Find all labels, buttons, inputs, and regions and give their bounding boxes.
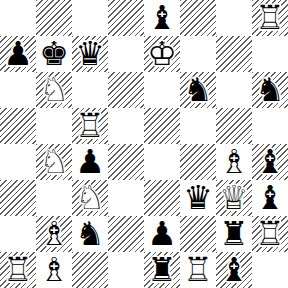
square-a8[interactable] — [0, 0, 36, 36]
white-knight: ♞♘ — [72, 180, 108, 216]
square-c8[interactable] — [72, 0, 108, 36]
square-c4[interactable]: ♟♟ — [72, 144, 108, 180]
square-e8[interactable]: ♝♝ — [144, 0, 180, 36]
square-f6[interactable]: ♞♞ — [180, 72, 216, 108]
square-a4[interactable] — [0, 144, 36, 180]
black-queen: ♛♛ — [72, 36, 108, 72]
white-bishop: ♝♗ — [216, 144, 252, 180]
black-pawn: ♟♟ — [144, 216, 180, 252]
white-king: ♚♔ — [144, 36, 180, 72]
square-e3[interactable] — [144, 180, 180, 216]
square-h3[interactable]: ♝♝ — [252, 180, 288, 216]
black-king-icon: ♚ — [36, 36, 72, 72]
square-g2[interactable]: ♜♜ — [216, 216, 252, 252]
square-h2[interactable]: ♜♖ — [252, 216, 288, 252]
white-rook: ♜♖ — [252, 216, 288, 252]
square-b4[interactable]: ♞♘ — [36, 144, 72, 180]
white-rook-icon: ♖ — [252, 0, 288, 36]
square-a1[interactable]: ♜♖ — [0, 252, 36, 288]
square-g6[interactable] — [216, 72, 252, 108]
white-king-icon: ♔ — [144, 36, 180, 72]
square-f1[interactable]: ♜♖ — [180, 252, 216, 288]
black-pawn-icon: ♟ — [0, 36, 36, 72]
white-rook: ♜♖ — [0, 252, 36, 288]
white-knight: ♞♘ — [36, 72, 72, 108]
black-knight: ♞♞ — [180, 72, 216, 108]
white-bishop-icon: ♗ — [36, 252, 72, 288]
black-bishop: ♝♝ — [216, 252, 252, 288]
black-knight-icon: ♞ — [180, 72, 216, 108]
black-queen-icon: ♛ — [180, 180, 216, 216]
square-d1[interactable] — [108, 252, 144, 288]
square-b2[interactable]: ♝♗ — [36, 216, 72, 252]
square-f2[interactable] — [180, 216, 216, 252]
square-c6[interactable] — [72, 72, 108, 108]
square-g8[interactable] — [216, 0, 252, 36]
black-pawn-icon: ♟ — [72, 144, 108, 180]
square-c5[interactable]: ♜♖ — [72, 108, 108, 144]
square-e5[interactable] — [144, 108, 180, 144]
white-knight: ♞♘ — [36, 144, 72, 180]
black-knight-icon: ♞ — [72, 216, 108, 252]
square-e2[interactable]: ♟♟ — [144, 216, 180, 252]
square-d2[interactable] — [108, 216, 144, 252]
square-g1[interactable]: ♝♝ — [216, 252, 252, 288]
square-e6[interactable] — [144, 72, 180, 108]
square-c2[interactable]: ♞♞ — [72, 216, 108, 252]
white-queen-icon: ♕ — [216, 180, 252, 216]
black-pawn: ♟♟ — [72, 144, 108, 180]
square-c7[interactable]: ♛♛ — [72, 36, 108, 72]
black-bishop-icon: ♝ — [144, 0, 180, 36]
square-b6[interactable]: ♞♘ — [36, 72, 72, 108]
black-bishop: ♝♝ — [252, 144, 288, 180]
square-a3[interactable] — [0, 180, 36, 216]
black-rook-icon: ♜ — [216, 216, 252, 252]
square-b5[interactable] — [36, 108, 72, 144]
square-g5[interactable] — [216, 108, 252, 144]
black-knight-icon: ♞ — [252, 72, 288, 108]
square-e7[interactable]: ♚♔ — [144, 36, 180, 72]
square-b7[interactable]: ♚♚ — [36, 36, 72, 72]
square-g4[interactable]: ♝♗ — [216, 144, 252, 180]
square-a6[interactable] — [0, 72, 36, 108]
square-b3[interactable] — [36, 180, 72, 216]
white-knight-icon: ♘ — [36, 72, 72, 108]
white-rook: ♜♖ — [252, 0, 288, 36]
square-f7[interactable] — [180, 36, 216, 72]
square-g3[interactable]: ♛♕ — [216, 180, 252, 216]
square-b8[interactable] — [36, 0, 72, 36]
square-c3[interactable]: ♞♘ — [72, 180, 108, 216]
square-f5[interactable] — [180, 108, 216, 144]
square-d7[interactable] — [108, 36, 144, 72]
white-rook: ♜♖ — [180, 252, 216, 288]
square-d4[interactable] — [108, 144, 144, 180]
black-bishop-icon: ♝ — [216, 252, 252, 288]
black-rook: ♜♜ — [216, 216, 252, 252]
square-h1[interactable] — [252, 252, 288, 288]
white-knight-icon: ♘ — [72, 180, 108, 216]
white-rook-icon: ♖ — [180, 252, 216, 288]
white-rook-icon: ♖ — [252, 216, 288, 252]
square-f8[interactable] — [180, 0, 216, 36]
square-g7[interactable] — [216, 36, 252, 72]
white-bishop-icon: ♗ — [36, 216, 72, 252]
black-pawn-icon: ♟ — [144, 216, 180, 252]
black-queen-icon: ♛ — [72, 36, 108, 72]
square-h4[interactable]: ♝♝ — [252, 144, 288, 180]
square-a7[interactable]: ♟♟ — [0, 36, 36, 72]
square-e1[interactable]: ♜♜ — [144, 252, 180, 288]
square-e4[interactable] — [144, 144, 180, 180]
white-bishop-icon: ♗ — [216, 144, 252, 180]
square-d8[interactable] — [108, 0, 144, 36]
white-bishop: ♝♗ — [36, 252, 72, 288]
black-knight: ♞♞ — [72, 216, 108, 252]
black-rook-icon: ♜ — [144, 252, 180, 288]
square-h8[interactable]: ♜♖ — [252, 0, 288, 36]
black-pawn: ♟♟ — [0, 36, 36, 72]
square-f4[interactable] — [180, 144, 216, 180]
white-rook-icon: ♖ — [72, 108, 108, 144]
square-h5[interactable] — [252, 108, 288, 144]
square-b1[interactable]: ♝♗ — [36, 252, 72, 288]
black-rook: ♜♜ — [144, 252, 180, 288]
white-bishop: ♝♗ — [36, 216, 72, 252]
black-bishop: ♝♝ — [252, 180, 288, 216]
black-king: ♚♚ — [36, 36, 72, 72]
square-c1[interactable] — [72, 252, 108, 288]
square-h6[interactable]: ♞♞ — [252, 72, 288, 108]
square-a5[interactable] — [0, 108, 36, 144]
square-d3[interactable] — [108, 180, 144, 216]
black-bishop-icon: ♝ — [252, 144, 288, 180]
black-knight: ♞♞ — [252, 72, 288, 108]
white-knight-icon: ♘ — [36, 144, 72, 180]
black-queen: ♛♛ — [180, 180, 216, 216]
square-d5[interactable] — [108, 108, 144, 144]
square-d6[interactable] — [108, 72, 144, 108]
white-queen: ♛♕ — [216, 180, 252, 216]
square-h7[interactable] — [252, 36, 288, 72]
white-rook: ♜♖ — [72, 108, 108, 144]
black-bishop-icon: ♝ — [252, 180, 288, 216]
chess-board: ♝♝♜♖♟♟♚♚♛♛♚♔♞♘♞♞♞♞♜♖♞♘♟♟♝♗♝♝♞♘♛♛♛♕♝♝♝♗♞♞… — [0, 0, 288, 288]
black-bishop: ♝♝ — [144, 0, 180, 36]
square-a2[interactable] — [0, 216, 36, 252]
white-rook-icon: ♖ — [0, 252, 36, 288]
chess-diagram: ♝♝♜♖♟♟♚♚♛♛♚♔♞♘♞♞♞♞♜♖♞♘♟♟♝♗♝♝♞♘♛♛♛♕♝♝♝♗♞♞… — [0, 0, 288, 288]
square-f3[interactable]: ♛♛ — [180, 180, 216, 216]
